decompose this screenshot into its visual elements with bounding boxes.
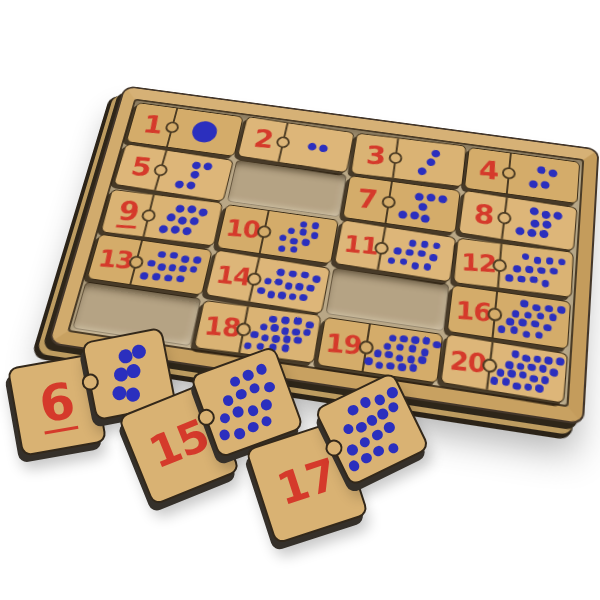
count-dot xyxy=(372,444,386,458)
count-dot xyxy=(522,354,531,363)
piece-number: 11 xyxy=(342,232,379,259)
count-dot xyxy=(530,276,538,284)
count-dot xyxy=(522,253,530,261)
piece-number: 9 xyxy=(116,198,141,229)
count-dot xyxy=(420,241,428,249)
count-dot xyxy=(299,221,308,229)
count-dot xyxy=(198,208,208,217)
count-dot xyxy=(185,181,196,190)
dots-half xyxy=(131,241,212,295)
dots-half xyxy=(260,211,338,263)
count-dot xyxy=(248,381,261,394)
count-dot xyxy=(496,368,505,377)
count-dot xyxy=(341,422,355,436)
count-dot xyxy=(346,443,360,457)
count-dot xyxy=(152,273,161,281)
count-dot xyxy=(528,363,537,372)
count-dot xyxy=(517,275,525,283)
count-dot xyxy=(508,369,517,378)
count-dot xyxy=(246,421,259,434)
count-dot xyxy=(243,341,252,349)
count-dot xyxy=(311,232,320,240)
count-dot xyxy=(532,304,540,312)
piece-number: 14 xyxy=(214,262,252,289)
count-dot xyxy=(545,356,554,365)
count-dot xyxy=(282,335,291,343)
count-dot xyxy=(278,245,287,253)
dots-half xyxy=(507,154,579,203)
count-dot xyxy=(421,214,431,223)
count-dot xyxy=(522,330,530,338)
count-dot xyxy=(263,380,276,393)
count-dot xyxy=(411,336,420,344)
count-dot xyxy=(278,234,287,242)
count-dot xyxy=(266,290,275,298)
count-dot xyxy=(218,428,231,441)
count-dot xyxy=(432,242,440,250)
piece-number: 5 xyxy=(128,154,152,181)
count-dot xyxy=(218,412,231,425)
count-dot xyxy=(529,180,538,189)
dots-half xyxy=(393,138,465,186)
dots-half xyxy=(502,198,576,251)
count-dot xyxy=(346,403,360,417)
count-dot xyxy=(497,325,505,333)
count-dot xyxy=(531,320,539,328)
count-dot xyxy=(527,228,537,237)
count-dot xyxy=(284,282,293,290)
count-dot xyxy=(530,219,540,228)
piece-number: 19 xyxy=(324,330,362,358)
count-dot xyxy=(387,256,396,264)
count-dot xyxy=(418,356,427,365)
dots-half xyxy=(249,257,329,313)
count-dot xyxy=(549,313,557,321)
dots-half xyxy=(279,123,354,172)
count-dot xyxy=(177,216,188,225)
piece-number: 3 xyxy=(364,143,385,169)
count-dot xyxy=(241,369,254,382)
count-dot xyxy=(364,357,373,366)
count-dot xyxy=(263,277,272,285)
count-dot xyxy=(259,323,268,331)
count-dot xyxy=(250,330,259,338)
count-dot xyxy=(168,264,177,272)
count-dot xyxy=(518,319,526,327)
count-dot xyxy=(400,335,409,343)
count-dot xyxy=(535,384,544,393)
count-dot xyxy=(182,226,193,235)
count-dot xyxy=(530,207,540,216)
count-dot xyxy=(302,328,311,336)
count-dot xyxy=(280,327,289,335)
count-dot xyxy=(260,414,273,427)
piece-number: 12 xyxy=(461,250,496,276)
count-dot xyxy=(533,355,542,364)
count-dot xyxy=(510,326,518,334)
count-dot xyxy=(193,256,202,264)
count-dot xyxy=(397,363,406,372)
count-dot xyxy=(422,263,431,271)
count-dot xyxy=(270,324,279,332)
count-dot xyxy=(187,205,197,214)
count-dot xyxy=(358,435,372,449)
count-dot xyxy=(549,169,558,178)
piece-number: 13 xyxy=(96,246,135,272)
count-dot xyxy=(539,364,548,373)
count-dot xyxy=(520,300,528,308)
count-dot xyxy=(422,337,431,345)
count-dot xyxy=(256,287,265,295)
count-dot xyxy=(147,259,156,267)
count-dot xyxy=(519,371,528,380)
count-dot xyxy=(274,278,283,286)
count-dot xyxy=(382,420,396,434)
piece-number: 20 xyxy=(449,347,487,377)
dots-half xyxy=(487,342,567,402)
count-dot xyxy=(502,377,511,386)
count-dot xyxy=(536,312,544,320)
count-dot xyxy=(524,383,533,392)
count-dot xyxy=(558,258,566,266)
count-dot xyxy=(190,170,201,179)
dots-half xyxy=(155,151,232,201)
dots-half xyxy=(385,182,460,233)
count-dot xyxy=(359,451,373,465)
count-dot xyxy=(542,220,552,229)
count-dot xyxy=(277,291,286,299)
count-dot xyxy=(181,255,190,263)
count-dot xyxy=(174,180,185,189)
piece-number: 4 xyxy=(478,157,498,184)
count-dot xyxy=(166,213,177,222)
count-dot xyxy=(157,251,166,259)
count-dot xyxy=(406,355,415,364)
count-dot xyxy=(276,268,285,276)
dots-half xyxy=(362,324,442,382)
count-dot xyxy=(542,210,552,219)
count-dot xyxy=(299,228,308,236)
count-dot xyxy=(139,272,148,280)
count-dot xyxy=(515,227,525,236)
count-dot xyxy=(302,239,311,247)
count-dot xyxy=(293,317,302,325)
count-dot xyxy=(417,250,426,258)
count-dot xyxy=(513,382,522,391)
count-dot xyxy=(158,225,169,234)
count-dot xyxy=(293,336,302,344)
count-dot xyxy=(169,252,178,260)
count-dot xyxy=(190,120,219,144)
count-dot xyxy=(295,283,304,291)
count-dot xyxy=(408,344,417,352)
count-dot xyxy=(375,361,384,370)
count-dot xyxy=(191,161,201,170)
count-dot xyxy=(490,376,499,385)
count-dot xyxy=(409,364,418,373)
count-dot xyxy=(281,344,290,352)
count-dot xyxy=(288,292,297,300)
count-dot xyxy=(505,361,514,370)
count-dot xyxy=(539,229,549,238)
count-dot xyxy=(418,203,428,212)
count-dot xyxy=(429,254,438,262)
loose-piece-number: 6 xyxy=(36,375,79,434)
count-dot xyxy=(538,267,546,275)
piece-number: 10 xyxy=(225,216,262,242)
count-dot xyxy=(425,158,434,166)
count-dot xyxy=(550,267,558,275)
count-dot xyxy=(228,375,241,388)
count-dot xyxy=(410,262,419,270)
count-dot xyxy=(427,194,437,203)
dots-half xyxy=(498,244,572,297)
count-dot xyxy=(385,350,394,359)
count-dot xyxy=(175,204,185,213)
count-dot xyxy=(405,248,414,256)
count-dot xyxy=(537,166,546,175)
count-dot xyxy=(433,341,442,349)
count-dot xyxy=(556,357,565,366)
count-dot xyxy=(271,335,280,343)
count-dot xyxy=(202,162,212,171)
count-dot xyxy=(318,144,328,153)
count-dot xyxy=(409,211,419,220)
count-dot xyxy=(189,217,200,226)
count-dot xyxy=(221,394,234,407)
count-dot xyxy=(550,368,559,377)
piece-number: 2 xyxy=(251,126,274,152)
count-dot xyxy=(543,324,551,332)
count-dot xyxy=(399,258,408,266)
piece-number: 8 xyxy=(473,201,494,229)
count-dot xyxy=(395,354,404,363)
count-dot xyxy=(511,310,519,318)
count-dot xyxy=(288,270,297,278)
count-dot xyxy=(557,306,565,314)
count-dot xyxy=(541,376,550,385)
dots-half xyxy=(493,292,570,348)
count-dot xyxy=(546,257,554,265)
count-dot xyxy=(395,343,404,351)
count-dot xyxy=(511,350,520,359)
count-dot xyxy=(233,427,246,440)
count-dot xyxy=(386,362,395,371)
count-dot xyxy=(383,342,392,350)
count-dot xyxy=(408,239,417,247)
count-dot xyxy=(516,362,525,371)
count-dot xyxy=(373,393,387,407)
count-dot xyxy=(370,428,384,442)
count-dot xyxy=(260,334,269,342)
count-dot xyxy=(534,257,542,265)
count-dot xyxy=(373,349,382,358)
count-dot xyxy=(415,193,425,202)
loose-piece-number: 17 xyxy=(272,452,342,512)
count-dot xyxy=(291,328,300,336)
count-dot xyxy=(268,315,277,323)
product-photo-stage: 12345789101112131416181920 61517 xyxy=(0,0,600,600)
count-dot xyxy=(176,275,185,283)
count-dot xyxy=(540,181,549,190)
count-dot xyxy=(255,362,268,375)
count-dot xyxy=(311,222,320,230)
count-dot xyxy=(393,247,402,255)
count-dot xyxy=(312,275,321,283)
count-dot xyxy=(545,305,553,313)
count-dot xyxy=(526,266,534,274)
piece-number: 18 xyxy=(202,313,240,340)
count-dot xyxy=(387,400,401,414)
count-dot xyxy=(125,386,141,402)
count-dot xyxy=(505,274,513,282)
count-dot xyxy=(358,396,372,410)
count-dot xyxy=(431,150,440,158)
count-dot xyxy=(397,210,407,219)
count-dot xyxy=(290,238,299,246)
count-dot xyxy=(438,195,448,204)
count-dot xyxy=(530,375,539,384)
count-dot xyxy=(299,294,308,302)
count-dot xyxy=(164,274,173,282)
count-dot xyxy=(300,271,309,279)
dots-half xyxy=(144,195,222,245)
count-dot xyxy=(289,246,298,254)
count-dot xyxy=(385,386,399,400)
count-dot xyxy=(157,263,166,271)
count-dot xyxy=(347,459,361,473)
count-dot xyxy=(281,316,290,324)
count-dot xyxy=(189,266,198,274)
count-dot xyxy=(542,280,550,288)
count-dot xyxy=(231,405,244,418)
count-dot xyxy=(306,284,315,292)
count-dot xyxy=(306,143,316,152)
count-dot xyxy=(246,404,259,417)
count-dot xyxy=(126,363,142,379)
count-dot xyxy=(260,398,273,411)
dots-half xyxy=(167,108,242,155)
count-dot xyxy=(417,167,427,176)
count-dot xyxy=(235,388,248,401)
count-dot xyxy=(506,318,514,326)
piece-number: 16 xyxy=(455,298,491,326)
count-dot xyxy=(554,212,564,221)
count-dot xyxy=(170,226,181,235)
count-dot xyxy=(287,227,296,235)
count-dot xyxy=(535,331,543,339)
count-dot xyxy=(130,344,146,360)
count-dot xyxy=(178,265,187,273)
count-dot xyxy=(514,265,522,273)
dots-half xyxy=(378,227,455,281)
piece-number: 7 xyxy=(357,186,379,213)
piece-number: 1 xyxy=(141,112,164,137)
count-dot xyxy=(389,334,398,342)
count-dot xyxy=(524,311,532,319)
count-dot xyxy=(386,441,400,455)
